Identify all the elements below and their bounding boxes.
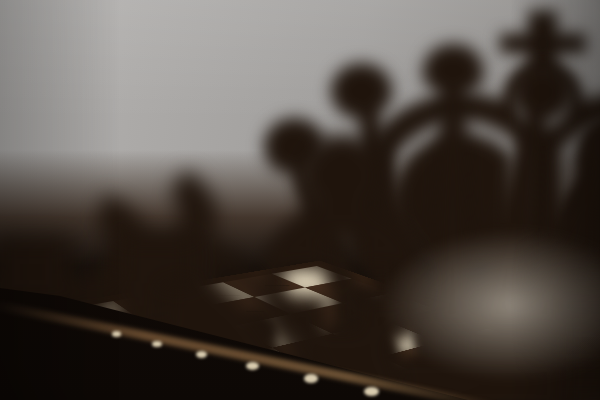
photo-scene: ♜♞♝♛♚♝♞♜♟♟♟♟♟♟♟♟♟♟♟♟♟♟♟♟♜♞♝♛♚♝♞♜: [0, 0, 600, 400]
chess-board-frame: ♜♞♝♛♚♝♞♜♟♟♟♟♟♟♟♟♟♟♟♟♟♟♟♟♜♞♝♛♚♝♞♜: [0, 261, 600, 400]
black-rook-a8[interactable]: ♜: [0, 195, 291, 400]
piece-glyph: ♜: [0, 195, 291, 400]
chess-board[interactable]: ♜♞♝♛♚♝♞♜♟♟♟♟♟♟♟♟♟♟♟♟♟♟♟♟♜♞♝♛♚♝♞♜: [0, 266, 600, 400]
